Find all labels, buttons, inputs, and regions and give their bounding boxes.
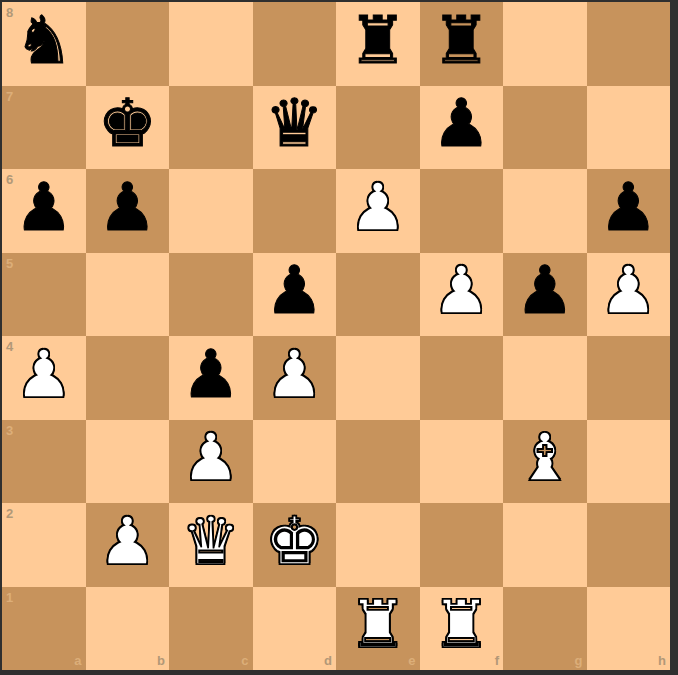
- white-king-piece[interactable]: ♚: [265, 509, 324, 575]
- rank-label-2: 2: [6, 507, 13, 520]
- square-c6[interactable]: [169, 169, 253, 253]
- black-pawn-piece[interactable]: ♟: [98, 175, 157, 241]
- rank-label-7: 7: [6, 90, 13, 103]
- chess-board-frame: 8♞♜♜7♚♛♟6♟♟♟♟5♟♟♟♟4♟♟♟3♟♝2♟♛♚1abcde♜f♜gh: [0, 0, 678, 675]
- square-g1[interactable]: g: [503, 587, 587, 671]
- black-pawn-piece[interactable]: ♟: [432, 91, 491, 157]
- white-pawn-piece[interactable]: ♟: [14, 342, 73, 408]
- square-g2[interactable]: [503, 503, 587, 587]
- rank-label-5: 5: [6, 257, 13, 270]
- square-h3[interactable]: [587, 420, 671, 504]
- square-b8[interactable]: [86, 2, 170, 86]
- white-rook-piece[interactable]: ♜: [432, 592, 491, 658]
- square-c3[interactable]: ♟: [169, 420, 253, 504]
- square-e8[interactable]: ♜: [336, 2, 420, 86]
- square-g8[interactable]: [503, 2, 587, 86]
- square-h8[interactable]: [587, 2, 671, 86]
- white-queen-piece[interactable]: ♛: [181, 509, 240, 575]
- file-label-c: c: [241, 654, 248, 667]
- rank-label-6: 6: [6, 173, 13, 186]
- square-f6[interactable]: [420, 169, 504, 253]
- square-d3[interactable]: [253, 420, 337, 504]
- square-b3[interactable]: [86, 420, 170, 504]
- square-a4[interactable]: 4♟: [2, 336, 86, 420]
- square-f5[interactable]: ♟: [420, 253, 504, 337]
- square-e3[interactable]: [336, 420, 420, 504]
- square-f1[interactable]: f♜: [420, 587, 504, 671]
- black-queen-piece[interactable]: ♛: [265, 91, 324, 157]
- square-d7[interactable]: ♛: [253, 86, 337, 170]
- square-f3[interactable]: [420, 420, 504, 504]
- white-pawn-piece[interactable]: ♟: [348, 175, 407, 241]
- square-g6[interactable]: [503, 169, 587, 253]
- file-label-d: d: [324, 654, 332, 667]
- black-pawn-piece[interactable]: ♟: [599, 175, 658, 241]
- square-e5[interactable]: [336, 253, 420, 337]
- square-h2[interactable]: [587, 503, 671, 587]
- rank-label-3: 3: [6, 424, 13, 437]
- black-pawn-piece[interactable]: ♟: [265, 258, 324, 324]
- white-pawn-piece[interactable]: ♟: [265, 342, 324, 408]
- square-d6[interactable]: [253, 169, 337, 253]
- square-f2[interactable]: [420, 503, 504, 587]
- square-c2[interactable]: ♛: [169, 503, 253, 587]
- square-b4[interactable]: [86, 336, 170, 420]
- square-a8[interactable]: 8♞: [2, 2, 86, 86]
- square-a6[interactable]: 6♟: [2, 169, 86, 253]
- square-c4[interactable]: ♟: [169, 336, 253, 420]
- file-label-g: g: [575, 654, 583, 667]
- square-c7[interactable]: [169, 86, 253, 170]
- file-label-h: h: [658, 654, 666, 667]
- square-c5[interactable]: [169, 253, 253, 337]
- rank-label-8: 8: [6, 6, 13, 19]
- square-a1[interactable]: 1a: [2, 587, 86, 671]
- file-label-f: f: [495, 654, 499, 667]
- white-pawn-piece[interactable]: ♟: [432, 258, 491, 324]
- square-h5[interactable]: ♟: [587, 253, 671, 337]
- square-a5[interactable]: 5: [2, 253, 86, 337]
- square-b6[interactable]: ♟: [86, 169, 170, 253]
- white-rook-piece[interactable]: ♜: [348, 592, 407, 658]
- square-f4[interactable]: [420, 336, 504, 420]
- square-g5[interactable]: ♟: [503, 253, 587, 337]
- square-e2[interactable]: [336, 503, 420, 587]
- rank-label-4: 4: [6, 340, 13, 353]
- white-pawn-piece[interactable]: ♟: [98, 509, 157, 575]
- white-pawn-piece[interactable]: ♟: [599, 258, 658, 324]
- square-b5[interactable]: [86, 253, 170, 337]
- black-pawn-piece[interactable]: ♟: [181, 342, 240, 408]
- black-rook-piece[interactable]: ♜: [432, 8, 491, 74]
- square-e4[interactable]: [336, 336, 420, 420]
- square-f7[interactable]: ♟: [420, 86, 504, 170]
- black-pawn-piece[interactable]: ♟: [515, 258, 574, 324]
- black-pawn-piece[interactable]: ♟: [14, 175, 73, 241]
- square-c8[interactable]: [169, 2, 253, 86]
- square-d8[interactable]: [253, 2, 337, 86]
- square-g7[interactable]: [503, 86, 587, 170]
- square-a7[interactable]: 7: [2, 86, 86, 170]
- square-e7[interactable]: [336, 86, 420, 170]
- square-d5[interactable]: ♟: [253, 253, 337, 337]
- white-pawn-piece[interactable]: ♟: [181, 425, 240, 491]
- chess-board: 8♞♜♜7♚♛♟6♟♟♟♟5♟♟♟♟4♟♟♟3♟♝2♟♛♚1abcde♜f♜gh: [2, 2, 670, 670]
- square-h6[interactable]: ♟: [587, 169, 671, 253]
- black-knight-piece[interactable]: ♞: [14, 8, 73, 74]
- square-a2[interactable]: 2: [2, 503, 86, 587]
- white-bishop-piece[interactable]: ♝: [515, 425, 574, 491]
- square-c1[interactable]: c: [169, 587, 253, 671]
- square-b2[interactable]: ♟: [86, 503, 170, 587]
- square-g3[interactable]: ♝: [503, 420, 587, 504]
- square-e6[interactable]: ♟: [336, 169, 420, 253]
- square-e1[interactable]: e♜: [336, 587, 420, 671]
- square-h7[interactable]: [587, 86, 671, 170]
- square-b7[interactable]: ♚: [86, 86, 170, 170]
- square-h1[interactable]: h: [587, 587, 671, 671]
- square-g4[interactable]: [503, 336, 587, 420]
- square-a3[interactable]: 3: [2, 420, 86, 504]
- file-label-b: b: [157, 654, 165, 667]
- square-h4[interactable]: [587, 336, 671, 420]
- square-d2[interactable]: ♚: [253, 503, 337, 587]
- file-label-a: a: [74, 654, 81, 667]
- black-king-piece[interactable]: ♚: [98, 91, 157, 157]
- black-rook-piece[interactable]: ♜: [348, 8, 407, 74]
- square-d1[interactable]: d: [253, 587, 337, 671]
- rank-label-1: 1: [6, 591, 13, 604]
- square-d4[interactable]: ♟: [253, 336, 337, 420]
- square-b1[interactable]: b: [86, 587, 170, 671]
- square-f8[interactable]: ♜: [420, 2, 504, 86]
- file-label-e: e: [408, 654, 415, 667]
